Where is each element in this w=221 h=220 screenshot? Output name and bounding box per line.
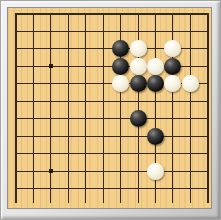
- black-stone: [164, 58, 181, 75]
- white-stone: [130, 58, 147, 75]
- black-stone: [147, 75, 164, 92]
- black-stone: [130, 110, 147, 127]
- black-stone: [130, 75, 147, 92]
- white-stone: [147, 163, 164, 180]
- go-board-frame: [0, 0, 221, 220]
- black-stone: [147, 128, 164, 145]
- grid-line: [103, 13, 104, 203]
- go-board[interactable]: [7, 7, 212, 209]
- white-stone: [182, 75, 199, 92]
- grid-line: [15, 153, 209, 154]
- grid-line: [50, 13, 51, 203]
- white-stone: [130, 40, 147, 57]
- black-stone: [112, 58, 129, 75]
- star-point: [49, 64, 53, 68]
- grid-line: [68, 13, 69, 203]
- star-point: [49, 169, 53, 173]
- grid-line: [15, 13, 209, 15]
- white-stone: [147, 58, 164, 75]
- grid-line: [15, 101, 209, 102]
- white-stone: [164, 40, 181, 57]
- white-stone: [112, 75, 129, 92]
- black-stone: [112, 40, 129, 57]
- go-diagram: [0, 0, 221, 220]
- grid-line: [85, 13, 86, 203]
- white-stone: [164, 75, 181, 92]
- grid-line: [15, 171, 209, 172]
- grid-line: [33, 13, 34, 203]
- grid-line: [15, 31, 209, 32]
- grid-line: [190, 13, 191, 203]
- grid-line: [15, 188, 209, 189]
- grid-line: [15, 136, 209, 137]
- grid-line: [207, 13, 209, 203]
- grid-line: [15, 13, 17, 203]
- grid-line: [15, 118, 209, 119]
